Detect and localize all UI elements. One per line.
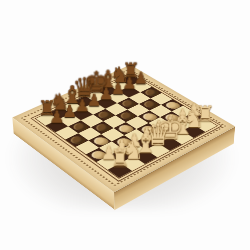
dark-checker-disc bbox=[96, 110, 113, 119]
scene: ♜♞♝♛♚♝♞♜♟♟♟♟♟♟♟♟♟♟♟♟♟♟♟♟♜♞♝♛♚♝♞♜ bbox=[0, 0, 250, 250]
product-photo: ♜♞♝♛♚♝♞♜♟♟♟♟♟♟♟♟♟♟♟♟♟♟♟♟♜♞♝♛♚♝♞♜ bbox=[0, 0, 250, 250]
board-top: ♜♞♝♛♚♝♞♜♟♟♟♟♟♟♟♟♟♟♟♟♟♟♟♟♜♞♝♛♚♝♞♜ bbox=[12, 65, 235, 192]
black-pawn: ♟ bbox=[49, 109, 64, 126]
white-rook: ♜ bbox=[110, 148, 130, 171]
chess-box[interactable]: ♜♞♝♛♚♝♞♜♟♟♟♟♟♟♟♟♟♟♟♟♟♟♟♟♜♞♝♛♚♝♞♜ bbox=[12, 65, 235, 192]
